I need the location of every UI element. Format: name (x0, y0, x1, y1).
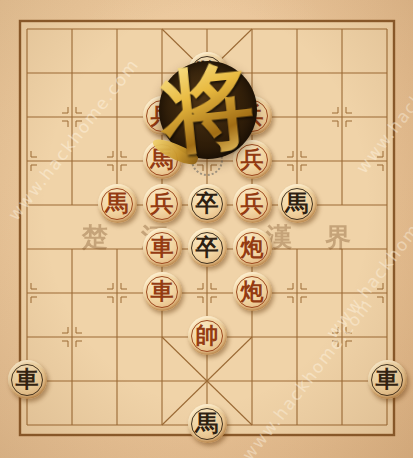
piece-glyph: 車 (368, 360, 407, 399)
piece-black-馬[interactable]: 馬 (188, 404, 227, 443)
piece-glyph: 車 (8, 360, 47, 399)
piece-red-炮[interactable]: 炮 (233, 272, 272, 311)
piece-glyph: 卒 (188, 184, 227, 223)
piece-glyph: 卒 (188, 228, 227, 267)
check-stamp-badge: 将 (159, 61, 257, 159)
piece-black-卒[interactable]: 卒 (188, 184, 227, 223)
piece-red-馬[interactable]: 馬 (98, 184, 137, 223)
piece-black-馬[interactable]: 馬 (278, 184, 317, 223)
piece-glyph: 兵 (233, 184, 272, 223)
piece-red-車[interactable]: 車 (143, 272, 182, 311)
piece-glyph: 炮 (233, 272, 272, 311)
piece-red-帥[interactable]: 帥 (188, 316, 227, 355)
xiangqi-board-screen: 楚 河 漢 界 將兵兵馬兵馬兵卒兵馬車卒炮車炮帥車車馬 将 www.hackho… (0, 0, 413, 458)
piece-glyph: 馬 (278, 184, 317, 223)
piece-glyph: 車 (143, 272, 182, 311)
piece-glyph: 車 (143, 228, 182, 267)
piece-red-炮[interactable]: 炮 (233, 228, 272, 267)
river-label-right: 漢 界 (266, 222, 363, 252)
piece-glyph: 兵 (143, 184, 182, 223)
piece-glyph: 帥 (188, 316, 227, 355)
piece-black-卒[interactable]: 卒 (188, 228, 227, 267)
piece-glyph: 炮 (233, 228, 272, 267)
piece-red-兵[interactable]: 兵 (143, 184, 182, 223)
piece-glyph: 馬 (98, 184, 137, 223)
piece-red-兵[interactable]: 兵 (233, 184, 272, 223)
jiang-stamp-glyph: 将 (150, 48, 265, 170)
piece-black-車[interactable]: 車 (8, 360, 47, 399)
piece-black-車[interactable]: 車 (368, 360, 407, 399)
piece-red-車[interactable]: 車 (143, 228, 182, 267)
piece-glyph: 馬 (188, 404, 227, 443)
